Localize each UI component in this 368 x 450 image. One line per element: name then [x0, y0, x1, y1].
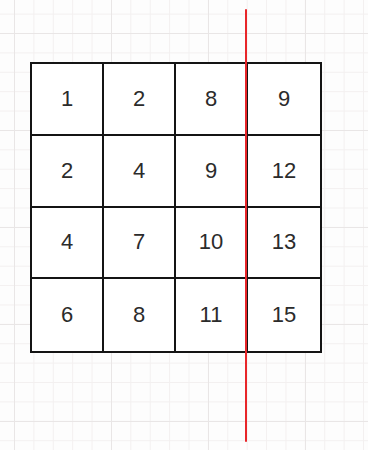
- grid-cell-r1c1: 1: [32, 64, 104, 136]
- grid-cell-r2c4: 12: [248, 136, 320, 208]
- grid-cell-r3c4: 13: [248, 208, 320, 280]
- grid-cell-r4c3: 11: [176, 279, 248, 351]
- grid-cell-r4c2: 8: [104, 279, 176, 351]
- grid-cell-r3c1: 4: [32, 208, 104, 280]
- grid-cell-r2c3: 9: [176, 136, 248, 208]
- grid-cell-r3c3: 10: [176, 208, 248, 280]
- grid-cell-r1c3: 8: [176, 64, 248, 136]
- grid-cell-r4c1: 6: [32, 279, 104, 351]
- grid-cell-r2c2: 4: [104, 136, 176, 208]
- red-partition-line: [245, 9, 248, 442]
- grid-cell-r3c2: 7: [104, 208, 176, 280]
- grid-cell-r2c1: 2: [32, 136, 104, 208]
- grid-cell-r1c2: 2: [104, 64, 176, 136]
- grid-cell-r4c4: 15: [248, 279, 320, 351]
- number-grid: 128924912471013681115: [30, 62, 322, 353]
- whiteboard-canvas: 128924912471013681115: [0, 0, 368, 450]
- grid-cell-r1c4: 9: [248, 64, 320, 136]
